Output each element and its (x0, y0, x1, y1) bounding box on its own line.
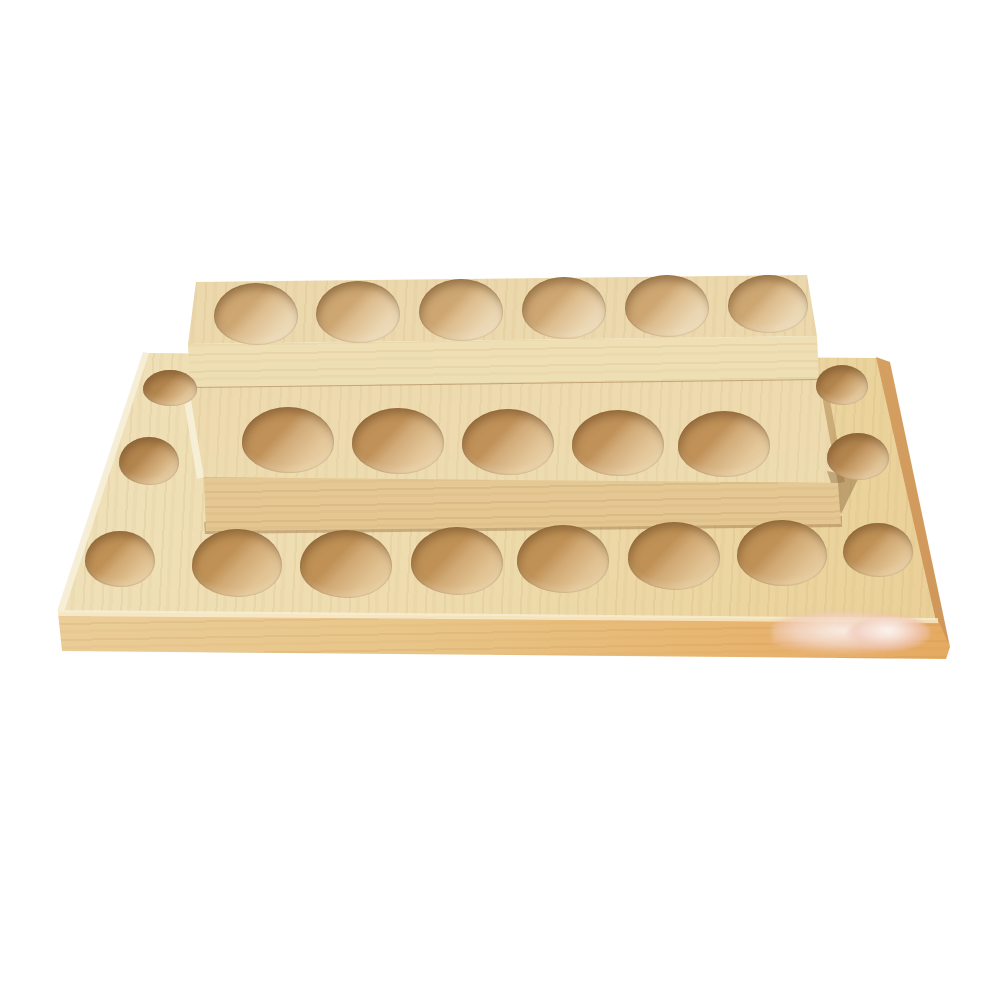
plastic-wrap-highlight (846, 617, 930, 651)
pit-right-2 (827, 433, 889, 480)
pit-right-1 (816, 365, 868, 405)
pit-row-base-right-edge (0, 0, 1001, 1001)
product-photo-canvas (0, 0, 1001, 1001)
wooden-display-rack (0, 0, 1001, 1001)
